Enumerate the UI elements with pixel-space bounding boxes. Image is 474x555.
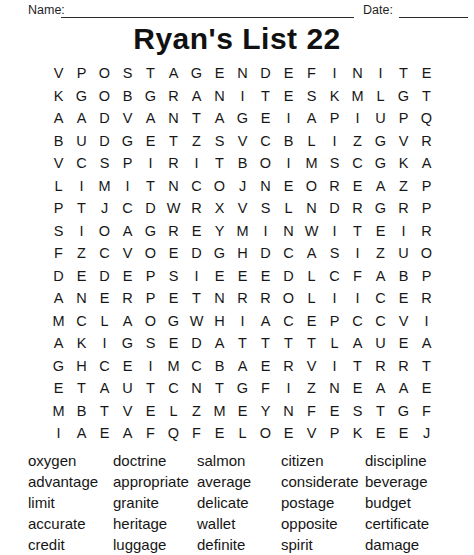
- grid-cell[interactable]: A: [369, 265, 392, 288]
- grid-cell[interactable]: I: [185, 152, 208, 175]
- grid-cell[interactable]: E: [392, 332, 415, 355]
- grid-cell[interactable]: E: [185, 220, 208, 243]
- grid-cell[interactable]: V: [231, 197, 254, 220]
- grid-cell[interactable]: U: [392, 242, 415, 265]
- grid-cell[interactable]: E: [231, 265, 254, 288]
- grid-cell[interactable]: L: [300, 130, 323, 153]
- grid-cell[interactable]: C: [185, 355, 208, 378]
- grid-cell[interactable]: Z: [392, 175, 415, 198]
- grid-cell[interactable]: D: [323, 197, 346, 220]
- grid-cell[interactable]: A: [70, 107, 93, 130]
- grid-cell[interactable]: R: [415, 287, 438, 310]
- grid-cell[interactable]: R: [277, 355, 300, 378]
- grid-cell[interactable]: N: [70, 287, 93, 310]
- grid-cell[interactable]: I: [369, 62, 392, 85]
- grid-cell[interactable]: I: [346, 107, 369, 130]
- grid-cell[interactable]: C: [346, 152, 369, 175]
- grid-cell[interactable]: P: [139, 265, 162, 288]
- grid-cell[interactable]: E: [392, 422, 415, 445]
- grid-cell[interactable]: A: [116, 220, 139, 243]
- grid-cell[interactable]: C: [93, 242, 116, 265]
- grid-cell[interactable]: F: [185, 422, 208, 445]
- grid-cell[interactable]: O: [254, 152, 277, 175]
- grid-cell[interactable]: S: [208, 130, 231, 153]
- grid-cell[interactable]: A: [139, 107, 162, 130]
- grid-cell[interactable]: M: [208, 400, 231, 423]
- grid-cell[interactable]: G: [185, 62, 208, 85]
- grid-cell[interactable]: M: [162, 355, 185, 378]
- grid-cell[interactable]: Z: [300, 377, 323, 400]
- grid-cell[interactable]: C: [277, 310, 300, 333]
- grid-cell[interactable]: O: [93, 85, 116, 108]
- grid-cell[interactable]: I: [70, 220, 93, 243]
- grid-cell[interactable]: C: [162, 377, 185, 400]
- grid-cell[interactable]: T: [277, 332, 300, 355]
- grid-cell[interactable]: A: [47, 332, 70, 355]
- grid-cell[interactable]: T: [208, 377, 231, 400]
- grid-cell[interactable]: T: [70, 197, 93, 220]
- grid-cell[interactable]: E: [162, 242, 185, 265]
- grid-cell[interactable]: N: [162, 175, 185, 198]
- grid-cell[interactable]: E: [369, 422, 392, 445]
- grid-cell[interactable]: A: [369, 175, 392, 198]
- grid-cell[interactable]: C: [369, 287, 392, 310]
- grid-cell[interactable]: G: [231, 377, 254, 400]
- grid-cell[interactable]: O: [415, 242, 438, 265]
- grid-cell[interactable]: N: [185, 377, 208, 400]
- grid-cell[interactable]: E: [254, 107, 277, 130]
- grid-cell[interactable]: S: [47, 220, 70, 243]
- grid-cell[interactable]: F: [254, 377, 277, 400]
- grid-cell[interactable]: T: [300, 332, 323, 355]
- grid-cell[interactable]: I: [323, 355, 346, 378]
- grid-cell[interactable]: U: [369, 107, 392, 130]
- grid-cell[interactable]: A: [208, 107, 231, 130]
- grid-cell[interactable]: E: [346, 377, 369, 400]
- grid-cell[interactable]: E: [116, 265, 139, 288]
- grid-cell[interactable]: Q: [162, 422, 185, 445]
- grid-cell[interactable]: I: [47, 422, 70, 445]
- grid-cell[interactable]: E: [93, 422, 116, 445]
- grid-cell[interactable]: T: [231, 332, 254, 355]
- grid-cell[interactable]: I: [346, 242, 369, 265]
- grid-cell[interactable]: A: [254, 310, 277, 333]
- grid-cell[interactable]: E: [277, 62, 300, 85]
- grid-cell[interactable]: K: [323, 85, 346, 108]
- grid-cell[interactable]: J: [93, 197, 116, 220]
- grid-cell[interactable]: C: [277, 242, 300, 265]
- word-list-item: budget: [365, 492, 468, 513]
- grid-cell[interactable]: I: [70, 175, 93, 198]
- grid-cell[interactable]: C: [323, 265, 346, 288]
- grid-cell[interactable]: G: [116, 332, 139, 355]
- grid-cell[interactable]: A: [208, 332, 231, 355]
- grid-cell[interactable]: G: [208, 242, 231, 265]
- grid-cell[interactable]: M: [300, 152, 323, 175]
- grid-cell[interactable]: B: [277, 130, 300, 153]
- grid-cell[interactable]: B: [47, 130, 70, 153]
- grid-cell[interactable]: C: [116, 197, 139, 220]
- grid-cell[interactable]: K: [346, 422, 369, 445]
- grid-cell[interactable]: R: [415, 130, 438, 153]
- grid-cell[interactable]: A: [415, 332, 438, 355]
- grid-cell[interactable]: S: [93, 152, 116, 175]
- grid-cell[interactable]: P: [392, 107, 415, 130]
- date-input-line[interactable]: [399, 17, 468, 18]
- grid-cell[interactable]: A: [116, 310, 139, 333]
- grid-cell[interactable]: T: [139, 377, 162, 400]
- grid-cell[interactable]: R: [231, 287, 254, 310]
- grid-cell[interactable]: V: [47, 62, 70, 85]
- word-list-item: beverage: [365, 471, 468, 492]
- grid-cell[interactable]: G: [139, 220, 162, 243]
- grid-cell[interactable]: K: [70, 332, 93, 355]
- grid-cell[interactable]: I: [185, 265, 208, 288]
- grid-cell[interactable]: L: [93, 310, 116, 333]
- grid-cell[interactable]: P: [415, 175, 438, 198]
- grid-cell[interactable]: S: [254, 197, 277, 220]
- grid-cell[interactable]: O: [139, 242, 162, 265]
- grid-cell[interactable]: E: [300, 310, 323, 333]
- grid-cell[interactable]: L: [277, 197, 300, 220]
- grid-cell[interactable]: I: [346, 287, 369, 310]
- grid-cell[interactable]: I: [116, 175, 139, 198]
- grid-cell[interactable]: P: [47, 197, 70, 220]
- grid-cell[interactable]: R: [254, 287, 277, 310]
- grid-cell[interactable]: H: [208, 310, 231, 333]
- grid-cell[interactable]: D: [93, 107, 116, 130]
- grid-cell[interactable]: E: [47, 377, 70, 400]
- grid-cell[interactable]: S: [323, 152, 346, 175]
- grid-cell[interactable]: E: [369, 220, 392, 243]
- grid-cell[interactable]: I: [415, 310, 438, 333]
- grid-cell[interactable]: T: [369, 400, 392, 423]
- grid-cell[interactable]: V: [116, 400, 139, 423]
- grid-cell[interactable]: M: [231, 220, 254, 243]
- grid-cell[interactable]: G: [392, 400, 415, 423]
- grid-cell[interactable]: E: [208, 265, 231, 288]
- grid-cell[interactable]: W: [300, 220, 323, 243]
- grid-cell[interactable]: N: [346, 62, 369, 85]
- grid-cell[interactable]: N: [323, 377, 346, 400]
- grid-cell[interactable]: L: [323, 332, 346, 355]
- grid-cell[interactable]: Q: [415, 107, 438, 130]
- grid-cell[interactable]: K: [392, 152, 415, 175]
- grid-cell[interactable]: A: [162, 62, 185, 85]
- grid-cell[interactable]: T: [346, 220, 369, 243]
- grid-cell[interactable]: F: [47, 242, 70, 265]
- grid-cell[interactable]: D: [277, 265, 300, 288]
- grid-cell[interactable]: W: [162, 197, 185, 220]
- grid-cell[interactable]: L: [300, 265, 323, 288]
- grid-cell[interactable]: J: [415, 422, 438, 445]
- grid-cell[interactable]: I: [231, 85, 254, 108]
- grid-cell[interactable]: U: [70, 130, 93, 153]
- grid-cell[interactable]: L: [369, 85, 392, 108]
- grid-cell[interactable]: C: [346, 310, 369, 333]
- grid-cell[interactable]: I: [139, 152, 162, 175]
- grid-cell[interactable]: Z: [70, 242, 93, 265]
- grid-cell[interactable]: M: [346, 85, 369, 108]
- grid-cell[interactable]: A: [70, 422, 93, 445]
- grid-cell[interactable]: Y: [208, 220, 231, 243]
- grid-cell[interactable]: E: [277, 85, 300, 108]
- puzzle-title: Ryan's List 22: [0, 22, 474, 56]
- grid-cell[interactable]: S: [346, 400, 369, 423]
- grid-cell[interactable]: E: [254, 355, 277, 378]
- grid-cell[interactable]: Z: [185, 130, 208, 153]
- grid-cell[interactable]: R: [162, 85, 185, 108]
- grid-cell[interactable]: T: [346, 355, 369, 378]
- grid-cell[interactable]: P: [323, 310, 346, 333]
- grid-cell[interactable]: T: [254, 85, 277, 108]
- grid-cell[interactable]: U: [116, 377, 139, 400]
- grid-cell[interactable]: I: [231, 310, 254, 333]
- grid-cell[interactable]: A: [300, 107, 323, 130]
- grid-cell[interactable]: D: [254, 62, 277, 85]
- grid-cell[interactable]: E: [208, 62, 231, 85]
- grid-cell[interactable]: D: [93, 265, 116, 288]
- grid-cell[interactable]: E: [415, 62, 438, 85]
- grid-cell[interactable]: S: [139, 332, 162, 355]
- grid-cell[interactable]: O: [277, 287, 300, 310]
- grid-cell[interactable]: R: [392, 197, 415, 220]
- grid-cell[interactable]: U: [369, 332, 392, 355]
- grid-cell[interactable]: G: [70, 85, 93, 108]
- grid-cell[interactable]: A: [415, 152, 438, 175]
- grid-cell[interactable]: P: [70, 62, 93, 85]
- grid-cell[interactable]: G: [47, 355, 70, 378]
- grid-cell[interactable]: V: [116, 242, 139, 265]
- grid-cell[interactable]: R: [346, 197, 369, 220]
- grid-cell[interactable]: D: [93, 130, 116, 153]
- grid-cell[interactable]: F: [139, 422, 162, 445]
- grid-cell[interactable]: B: [70, 400, 93, 423]
- grid-cell[interactable]: P: [415, 197, 438, 220]
- grid-cell[interactable]: E: [392, 287, 415, 310]
- grid-cell[interactable]: A: [369, 377, 392, 400]
- grid-cell[interactable]: I: [392, 220, 415, 243]
- grid-cell[interactable]: N: [277, 400, 300, 423]
- grid-cell[interactable]: G: [369, 197, 392, 220]
- grid-cell[interactable]: A: [300, 242, 323, 265]
- grid-cell[interactable]: C: [70, 152, 93, 175]
- grid-cell[interactable]: O: [208, 175, 231, 198]
- grid-cell[interactable]: Z: [185, 400, 208, 423]
- grid-cell[interactable]: A: [93, 377, 116, 400]
- grid-cell[interactable]: M: [47, 400, 70, 423]
- grid-cell[interactable]: B: [208, 355, 231, 378]
- grid-cell[interactable]: Z: [346, 130, 369, 153]
- grid-cell[interactable]: P: [323, 422, 346, 445]
- grid-cell[interactable]: J: [231, 175, 254, 198]
- word-list-item: opposite: [281, 513, 365, 534]
- grid-cell[interactable]: I: [254, 220, 277, 243]
- grid-cell[interactable]: E: [415, 377, 438, 400]
- grid-cell[interactable]: G: [231, 107, 254, 130]
- grid-cell[interactable]: E: [277, 422, 300, 445]
- grid-cell[interactable]: F: [300, 62, 323, 85]
- word-list-item: accurate: [28, 513, 113, 534]
- grid-cell[interactable]: W: [185, 310, 208, 333]
- grid-cell[interactable]: E: [346, 175, 369, 198]
- grid-cell[interactable]: E: [277, 175, 300, 198]
- grid-cell[interactable]: C: [70, 310, 93, 333]
- grid-cell[interactable]: B: [231, 152, 254, 175]
- grid-cell[interactable]: G: [116, 130, 139, 153]
- grid-cell[interactable]: G: [139, 85, 162, 108]
- word-list-item: appropriate: [113, 471, 197, 492]
- grid-cell[interactable]: M: [47, 310, 70, 333]
- grid-cell[interactable]: P: [323, 107, 346, 130]
- grid-cell[interactable]: G: [369, 130, 392, 153]
- grid-cell[interactable]: C: [185, 175, 208, 198]
- grid-cell[interactable]: V: [231, 130, 254, 153]
- grid-cell[interactable]: F: [300, 400, 323, 423]
- name-input-line[interactable]: [61, 17, 354, 18]
- grid-cell[interactable]: C: [369, 310, 392, 333]
- grid-cell[interactable]: T: [254, 332, 277, 355]
- grid-cell[interactable]: N: [162, 107, 185, 130]
- grid-cell[interactable]: T: [70, 377, 93, 400]
- grid-cell[interactable]: A: [47, 107, 70, 130]
- grid-cell[interactable]: R: [392, 355, 415, 378]
- grid-cell[interactable]: E: [323, 400, 346, 423]
- grid-cell[interactable]: R: [369, 355, 392, 378]
- grid-cell[interactable]: E: [93, 287, 116, 310]
- grid-cell[interactable]: F: [346, 265, 369, 288]
- grid-cell[interactable]: O: [93, 62, 116, 85]
- word-list-item: discipline: [365, 450, 468, 471]
- grid-cell[interactable]: T: [415, 355, 438, 378]
- grid-cell[interactable]: V: [392, 130, 415, 153]
- grid-cell[interactable]: D: [185, 242, 208, 265]
- grid-cell[interactable]: F: [415, 400, 438, 423]
- grid-cell[interactable]: R: [162, 152, 185, 175]
- grid-cell[interactable]: N: [300, 197, 323, 220]
- grid-cell[interactable]: N: [254, 175, 277, 198]
- grid-cell[interactable]: I: [323, 287, 346, 310]
- grid-cell[interactable]: T: [139, 62, 162, 85]
- word-list-item: advantage: [28, 471, 113, 492]
- grid-cell[interactable]: S: [116, 62, 139, 85]
- grid-cell[interactable]: O: [254, 422, 277, 445]
- grid-cell[interactable]: P: [116, 152, 139, 175]
- grid-cell[interactable]: D: [254, 242, 277, 265]
- grid-cell[interactable]: O: [139, 310, 162, 333]
- grid-cell[interactable]: E: [139, 130, 162, 153]
- grid-cell[interactable]: S: [323, 242, 346, 265]
- grid-cell[interactable]: I: [93, 332, 116, 355]
- grid-cell[interactable]: Z: [369, 242, 392, 265]
- grid-cell[interactable]: T: [392, 62, 415, 85]
- grid-cell[interactable]: A: [116, 422, 139, 445]
- grid-cell[interactable]: D: [139, 197, 162, 220]
- grid-cell[interactable]: C: [93, 355, 116, 378]
- grid-cell[interactable]: T: [185, 107, 208, 130]
- grid-cell[interactable]: V: [116, 107, 139, 130]
- grid-cell[interactable]: K: [47, 85, 70, 108]
- grid-cell[interactable]: E: [116, 355, 139, 378]
- grid-cell[interactable]: E: [70, 265, 93, 288]
- grid-cell[interactable]: Y: [254, 400, 277, 423]
- grid-cell[interactable]: G: [369, 152, 392, 175]
- grid-cell[interactable]: L: [47, 175, 70, 198]
- word-list-item: wallet: [197, 513, 281, 534]
- grid-cell[interactable]: I: [323, 62, 346, 85]
- grid-cell[interactable]: N: [231, 62, 254, 85]
- grid-cell[interactable]: I: [323, 220, 346, 243]
- grid-cell[interactable]: R: [415, 220, 438, 243]
- grid-cell[interactable]: O: [300, 175, 323, 198]
- grid-cell[interactable]: A: [185, 85, 208, 108]
- grid-cell[interactable]: E: [254, 265, 277, 288]
- grid-cell[interactable]: R: [116, 287, 139, 310]
- grid-cell[interactable]: N: [208, 287, 231, 310]
- grid-cell[interactable]: V: [300, 422, 323, 445]
- grid-cell[interactable]: R: [185, 197, 208, 220]
- grid-cell[interactable]: L: [231, 422, 254, 445]
- grid-cell[interactable]: B: [392, 265, 415, 288]
- grid-cell[interactable]: T: [93, 400, 116, 423]
- grid-cell[interactable]: I: [277, 107, 300, 130]
- grid-cell[interactable]: P: [415, 265, 438, 288]
- grid-cell[interactable]: A: [392, 377, 415, 400]
- grid-cell[interactable]: V: [392, 310, 415, 333]
- grid-cell[interactable]: X: [208, 197, 231, 220]
- grid-cell[interactable]: V: [47, 152, 70, 175]
- grid-cell[interactable]: G: [392, 85, 415, 108]
- grid-cell[interactable]: E: [162, 287, 185, 310]
- grid-cell[interactable]: L: [300, 287, 323, 310]
- grid-cell[interactable]: O: [93, 220, 116, 243]
- grid-cell[interactable]: T: [415, 85, 438, 108]
- grid-cell[interactable]: N: [208, 85, 231, 108]
- grid-cell[interactable]: I: [277, 377, 300, 400]
- grid-cell[interactable]: A: [231, 355, 254, 378]
- grid-cell[interactable]: V: [300, 355, 323, 378]
- grid-cell[interactable]: B: [116, 85, 139, 108]
- grid-cell[interactable]: E: [231, 400, 254, 423]
- grid-cell[interactable]: T: [208, 152, 231, 175]
- grid-cell[interactable]: T: [139, 175, 162, 198]
- grid-cell[interactable]: I: [277, 152, 300, 175]
- grid-cell[interactable]: S: [162, 265, 185, 288]
- grid-cell[interactable]: P: [139, 287, 162, 310]
- grid-cell[interactable]: N: [277, 220, 300, 243]
- grid-cell[interactable]: L: [162, 400, 185, 423]
- grid-cell[interactable]: E: [139, 400, 162, 423]
- grid-cell[interactable]: A: [47, 287, 70, 310]
- grid-cell[interactable]: H: [231, 242, 254, 265]
- grid-cell[interactable]: E: [162, 332, 185, 355]
- grid-cell[interactable]: C: [254, 130, 277, 153]
- grid-cell[interactable]: G: [162, 310, 185, 333]
- grid-cell[interactable]: H: [70, 355, 93, 378]
- grid-cell[interactable]: I: [139, 355, 162, 378]
- grid-cell[interactable]: D: [47, 265, 70, 288]
- grid-cell[interactable]: R: [162, 220, 185, 243]
- grid-cell[interactable]: T: [162, 130, 185, 153]
- grid-cell[interactable]: I: [323, 130, 346, 153]
- grid-cell[interactable]: T: [185, 287, 208, 310]
- grid-cell[interactable]: A: [346, 332, 369, 355]
- grid-cell[interactable]: M: [93, 175, 116, 198]
- grid-cell[interactable]: R: [323, 175, 346, 198]
- grid-cell[interactable]: S: [300, 85, 323, 108]
- grid-cell[interactable]: D: [185, 332, 208, 355]
- grid-cell[interactable]: E: [208, 422, 231, 445]
